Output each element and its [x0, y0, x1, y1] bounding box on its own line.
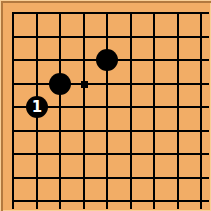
grid-line-horizontal-4 [12, 83, 209, 85]
black-stone [96, 49, 118, 71]
grid-line-horizontal-7 [12, 153, 209, 155]
grid-line-vertical-8 [177, 12, 179, 209]
grid-line-horizontal-6 [12, 130, 209, 132]
grid-line-horizontal-9 [12, 200, 209, 202]
stone-move-number: 1 [32, 100, 42, 115]
grid-line-vertical-3 [59, 12, 61, 209]
black-stone [49, 73, 71, 95]
go-diagram: 1 [0, 0, 211, 211]
grid-line-vertical-6 [130, 12, 132, 209]
grid-line-vertical-9 [200, 12, 202, 209]
grid-line-vertical-4 [83, 12, 85, 209]
square-marker [81, 81, 88, 88]
grid-line-vertical-5 [106, 12, 108, 209]
grid-line-vertical-1 [12, 12, 14, 209]
grid-line-horizontal-8 [12, 177, 209, 179]
grid-line-horizontal-2 [12, 36, 209, 38]
grid-line-horizontal-1 [12, 12, 209, 14]
grid-line-vertical-7 [153, 12, 155, 209]
go-board: 1 [0, 0, 211, 211]
black-stone-1: 1 [26, 96, 48, 118]
